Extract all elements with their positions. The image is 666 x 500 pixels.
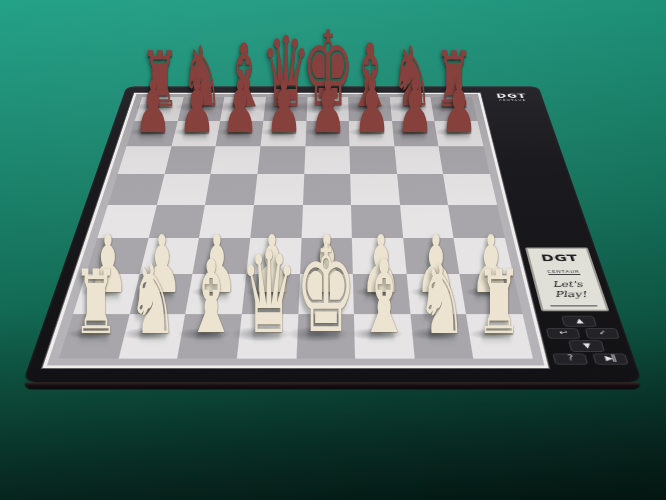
square-g8[interactable] — [390, 97, 435, 121]
square-g6[interactable] — [394, 146, 443, 174]
square-e5[interactable] — [303, 174, 352, 204]
square-c1[interactable] — [177, 314, 241, 359]
square-d2[interactable] — [242, 274, 300, 314]
square-a3[interactable] — [86, 238, 148, 274]
back-button[interactable]: ↩ — [546, 328, 581, 339]
square-f8[interactable] — [348, 97, 391, 121]
square-h6[interactable] — [439, 146, 490, 174]
square-c7[interactable] — [216, 121, 263, 147]
square-a4[interactable] — [97, 205, 156, 238]
keypad: ▲ ↩ ✓ ▼ ? ▶‖ — [539, 315, 633, 366]
square-g3[interactable] — [403, 238, 460, 274]
square-a6[interactable] — [118, 146, 171, 174]
square-d7[interactable] — [260, 121, 306, 147]
display-footnote-line — [550, 305, 598, 307]
square-a5[interactable] — [108, 174, 164, 204]
square-b5[interactable] — [157, 174, 211, 204]
eink-display: DGT CENTAUR Let's Play! — [525, 247, 609, 311]
back-arrow-icon: ↩ — [559, 330, 568, 336]
square-a2[interactable] — [73, 274, 139, 314]
square-g5[interactable] — [397, 174, 449, 204]
square-b2[interactable] — [129, 274, 192, 314]
square-d6[interactable] — [257, 146, 305, 174]
display-dgt-logo: DGT — [529, 253, 591, 262]
down-arrow-icon: ▼ — [582, 343, 590, 350]
square-f3[interactable] — [352, 238, 406, 274]
display-message-line1: Let's — [551, 280, 584, 289]
square-g7[interactable] — [392, 121, 439, 147]
square-h2[interactable] — [460, 274, 523, 314]
square-h4[interactable] — [448, 205, 504, 238]
square-g2[interactable] — [406, 274, 466, 314]
square-g4[interactable] — [400, 205, 454, 238]
square-a7[interactable] — [126, 121, 177, 147]
confirm-button[interactable]: ✓ — [585, 328, 620, 339]
square-f7[interactable] — [349, 121, 394, 147]
square-e4[interactable] — [301, 205, 352, 238]
square-c2[interactable] — [185, 274, 246, 314]
square-e2[interactable] — [298, 274, 354, 314]
square-e1[interactable] — [296, 314, 355, 359]
brand-text: DGT — [480, 93, 543, 99]
square-c6[interactable] — [211, 146, 261, 174]
dgt-logo: DGT CENTAUR — [480, 93, 544, 102]
chess-board: DGT CENTAUR DGT CENTAUR Let's Play! ▲ — [23, 86, 643, 382]
display-model-row: CENTAUR — [531, 263, 595, 276]
square-b4[interactable] — [148, 205, 205, 238]
square-b1[interactable] — [118, 314, 185, 359]
down-button[interactable]: ▼ — [568, 340, 605, 351]
square-b8[interactable] — [177, 97, 224, 121]
square-g1[interactable] — [410, 314, 473, 359]
square-c4[interactable] — [199, 205, 254, 238]
square-b6[interactable] — [164, 146, 216, 174]
square-f4[interactable] — [351, 205, 403, 238]
square-c3[interactable] — [193, 238, 250, 274]
display-message: Let's Play! — [536, 280, 604, 301]
brand-model-text: CENTAUR — [482, 99, 544, 101]
square-d5[interactable] — [254, 174, 304, 204]
table-felt: DGT CENTAUR DGT CENTAUR Let's Play! ▲ — [0, 0, 666, 500]
up-button[interactable]: ▲ — [561, 316, 597, 327]
square-e8[interactable] — [306, 97, 349, 121]
square-c5[interactable] — [205, 174, 257, 204]
display-message-line2: Play! — [553, 290, 588, 299]
play-pause-icon: ▶‖ — [604, 355, 616, 362]
square-f6[interactable] — [350, 146, 397, 174]
board-grid — [59, 97, 533, 358]
square-b3[interactable] — [139, 238, 199, 274]
playing-surface — [42, 93, 548, 368]
square-d4[interactable] — [250, 205, 302, 238]
square-a8[interactable] — [135, 97, 184, 121]
square-f2[interactable] — [353, 274, 410, 314]
square-h1[interactable] — [466, 314, 533, 359]
checkmark-icon: ✓ — [598, 330, 607, 336]
square-e3[interactable] — [300, 238, 353, 274]
square-h7[interactable] — [435, 121, 484, 147]
square-h5[interactable] — [443, 174, 497, 204]
help-button[interactable]: ? — [552, 353, 588, 365]
square-e7[interactable] — [305, 121, 350, 147]
square-b7[interactable] — [171, 121, 220, 147]
up-arrow-icon: ▲ — [575, 318, 583, 324]
square-e6[interactable] — [304, 146, 351, 174]
square-f1[interactable] — [354, 314, 414, 359]
display-model-text: CENTAUR — [547, 269, 581, 275]
square-h3[interactable] — [454, 238, 513, 274]
play-pause-button[interactable]: ▶‖ — [592, 353, 629, 365]
square-d3[interactable] — [246, 238, 301, 274]
square-d1[interactable] — [237, 314, 298, 359]
square-h8[interactable] — [431, 97, 478, 121]
square-f5[interactable] — [350, 174, 399, 204]
square-c8[interactable] — [220, 97, 265, 121]
square-d8[interactable] — [263, 97, 307, 121]
question-mark-icon: ? — [567, 355, 573, 362]
